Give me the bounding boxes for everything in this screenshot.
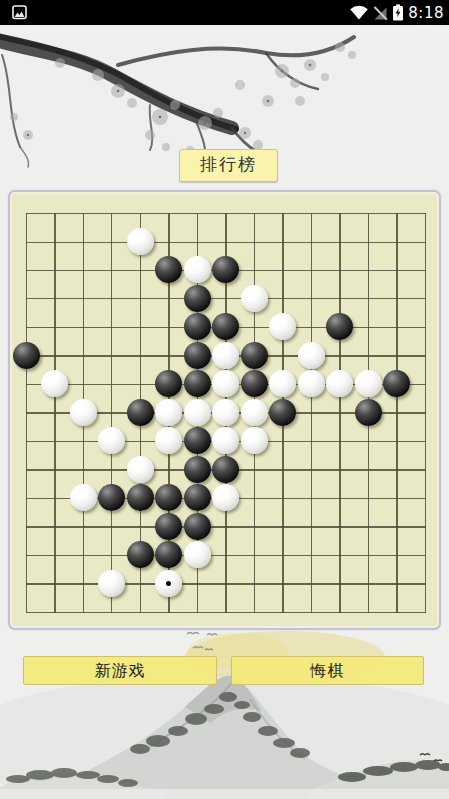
battery-charging-icon — [392, 4, 404, 21]
board-grid[interactable] — [12, 199, 440, 627]
stone-black — [127, 399, 154, 426]
stone-white — [241, 399, 268, 426]
stone-white — [70, 484, 97, 511]
stone-black — [355, 399, 382, 426]
stone-white — [70, 399, 97, 426]
stone-black — [155, 484, 182, 511]
stone-white — [184, 541, 211, 568]
screenshot-notification-icon — [12, 5, 28, 20]
stone-black — [184, 370, 211, 397]
stone-white — [212, 342, 239, 369]
stone-white — [212, 399, 239, 426]
stone-black — [383, 370, 410, 397]
stone-white — [127, 228, 154, 255]
stone-white — [355, 370, 382, 397]
leaderboard-button[interactable]: 排行榜 — [179, 149, 278, 182]
undo-button[interactable]: 悔棋 — [231, 656, 424, 685]
stone-white — [241, 285, 268, 312]
status-icons: 8:18 — [349, 0, 446, 25]
stone-black — [98, 484, 125, 511]
stone-white — [41, 370, 68, 397]
stone-white — [155, 570, 182, 597]
wifi-icon — [349, 5, 369, 21]
stone-white — [98, 570, 125, 597]
new-game-button[interactable]: 新游戏 — [23, 656, 217, 685]
stone-black — [184, 427, 211, 454]
stone-white — [184, 399, 211, 426]
stone-white — [155, 399, 182, 426]
stone-black — [155, 256, 182, 283]
stone-white — [212, 427, 239, 454]
stone-black — [184, 513, 211, 540]
stone-white — [269, 313, 296, 340]
stone-black — [241, 370, 268, 397]
stone-black — [326, 313, 353, 340]
clock: 8:18 — [408, 4, 446, 22]
stone-black — [155, 370, 182, 397]
stone-white — [326, 370, 353, 397]
stone-black — [241, 342, 268, 369]
stone-black — [184, 285, 211, 312]
stone-black — [212, 456, 239, 483]
no-sim-icon — [373, 5, 388, 21]
stone-black — [212, 313, 239, 340]
stone-white — [212, 484, 239, 511]
stone-white — [98, 427, 125, 454]
stone-white — [241, 427, 268, 454]
stone-white — [269, 370, 296, 397]
stone-black — [184, 456, 211, 483]
stone-black — [184, 342, 211, 369]
stone-black — [212, 256, 239, 283]
stone-white — [298, 370, 325, 397]
gomoku-app-screen: 8:18 — [0, 0, 449, 799]
stone-white — [155, 427, 182, 454]
stone-white — [298, 342, 325, 369]
status-bar: 8:18 — [0, 0, 449, 25]
stone-black — [184, 484, 211, 511]
stone-black — [269, 399, 296, 426]
stone-white — [212, 370, 239, 397]
stone-black — [127, 541, 154, 568]
last-move-marker — [166, 581, 171, 586]
stone-black — [13, 342, 40, 369]
stone-white — [127, 456, 154, 483]
stone-white — [184, 256, 211, 283]
stone-black — [155, 513, 182, 540]
stone-black — [184, 313, 211, 340]
gomoku-board-panel — [8, 190, 441, 630]
stone-black — [155, 541, 182, 568]
stone-black — [127, 484, 154, 511]
